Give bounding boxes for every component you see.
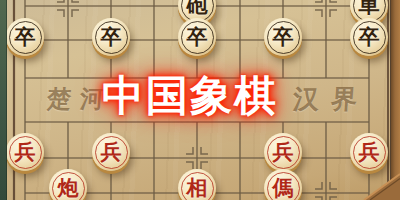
piece-red-horse-g7[interactable]: 傌 — [264, 169, 302, 200]
piece-glyph: 卒 — [15, 27, 36, 48]
piece-black-soldier-c3[interactable]: 卒 — [92, 18, 130, 56]
piece-glyph: 兵 — [15, 142, 36, 163]
piece-red-soldier-i6[interactable]: 兵 — [350, 133, 388, 171]
piece-glyph: 相 — [187, 178, 208, 199]
piece-glyph: 卒 — [273, 27, 294, 48]
piece-black-soldier-i3[interactable]: 卒 — [350, 18, 388, 56]
piece-glyph: 砲 — [187, 0, 208, 16]
app-title-overlay: 中国象棋 — [102, 68, 278, 124]
piece-red-soldier-g6[interactable]: 兵 — [264, 133, 302, 171]
piece-glyph: 卒 — [187, 27, 208, 48]
piece-red-elephant-e7[interactable]: 相 — [178, 169, 216, 200]
piece-glyph: 卒 — [101, 27, 122, 48]
piece-red-soldier-a6[interactable]: 兵 — [6, 133, 44, 171]
piece-black-soldier-e3[interactable]: 卒 — [178, 18, 216, 56]
piece-glyph: 兵 — [359, 142, 380, 163]
piece-glyph: 兵 — [101, 142, 122, 163]
piece-black-soldier-g3[interactable]: 卒 — [264, 18, 302, 56]
xiangqi-board[interactable]: 楚河 汉界 砲車卒卒卒卒卒兵兵兵兵炮相傌 中国象棋 — [0, 0, 400, 200]
piece-black-soldier-a3[interactable]: 卒 — [6, 18, 44, 56]
piece-red-soldier-c6[interactable]: 兵 — [92, 133, 130, 171]
piece-glyph: 炮 — [58, 178, 79, 199]
piece-glyph: 兵 — [273, 142, 294, 163]
piece-glyph: 車 — [359, 0, 380, 16]
piece-glyph: 傌 — [273, 178, 294, 199]
piece-glyph: 卒 — [359, 27, 380, 48]
piece-red-cannon-b7[interactable]: 炮 — [49, 169, 87, 200]
